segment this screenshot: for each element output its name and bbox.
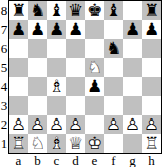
rank-label-1: 1 xyxy=(0,134,8,153)
square-f3[interactable] xyxy=(104,96,123,115)
square-b4[interactable] xyxy=(28,77,47,96)
black-pawn[interactable]: ♟ xyxy=(142,20,161,39)
black-knight[interactable]: ♞ xyxy=(104,39,123,58)
square-g2[interactable]: ♟♙ xyxy=(123,115,142,134)
square-d8[interactable]: ♛ xyxy=(66,1,85,20)
black-king[interactable]: ♚ xyxy=(85,1,104,20)
white-pawn[interactable]: ♟♙ xyxy=(9,115,28,134)
square-d2[interactable]: ♟♙ xyxy=(66,115,85,134)
file-label-a: a xyxy=(9,154,28,167)
white-knight[interactable]: ♞♘ xyxy=(28,134,47,153)
square-d5[interactable] xyxy=(66,58,85,77)
file-label-b: b xyxy=(28,154,47,167)
square-c2[interactable]: ♟♙ xyxy=(47,115,66,134)
square-b7[interactable]: ♟ xyxy=(28,20,47,39)
file-label-e: e xyxy=(85,154,104,167)
rank-label-6: 6 xyxy=(0,39,8,58)
rank-label-7: 7 xyxy=(0,20,8,39)
square-f2[interactable]: ♟♙ xyxy=(104,115,123,134)
white-queen[interactable]: ♛♕ xyxy=(66,134,85,153)
file-label-h: h xyxy=(142,154,161,167)
rank-label-2: 2 xyxy=(0,115,8,134)
square-f5[interactable] xyxy=(104,58,123,77)
black-pawn[interactable]: ♟ xyxy=(28,20,47,39)
square-f4[interactable] xyxy=(104,77,123,96)
square-b6[interactable] xyxy=(28,39,47,58)
white-pawn[interactable]: ♟♙ xyxy=(104,115,123,134)
square-g5[interactable] xyxy=(123,58,142,77)
rank-labels: 87654321 xyxy=(0,1,8,153)
white-pawn[interactable]: ♟♙ xyxy=(28,115,47,134)
black-pawn[interactable]: ♟ xyxy=(123,20,142,39)
black-bishop[interactable]: ♝ xyxy=(47,1,66,20)
square-b5[interactable] xyxy=(28,58,47,77)
square-f8[interactable]: ♝ xyxy=(104,1,123,20)
square-h5[interactable] xyxy=(142,58,161,77)
square-c5[interactable] xyxy=(47,58,66,77)
square-f7[interactable] xyxy=(104,20,123,39)
square-e7[interactable] xyxy=(85,20,104,39)
square-b8[interactable]: ♞ xyxy=(28,1,47,20)
square-h1[interactable]: ♜♖ xyxy=(142,134,161,153)
chess-diagram: 87654321 ♜♞♝♛♚♝♜♟♟♟♟♟♟♞♞♘♝♗♟♟♙♟♙♟♙♟♙♟♙♟♙… xyxy=(0,0,162,167)
square-b3[interactable] xyxy=(28,96,47,115)
square-a5[interactable] xyxy=(9,58,28,77)
square-c3[interactable] xyxy=(47,96,66,115)
file-label-d: d xyxy=(66,154,85,167)
file-label-g: g xyxy=(123,154,142,167)
square-b2[interactable]: ♟♙ xyxy=(28,115,47,134)
square-f1[interactable] xyxy=(104,134,123,153)
file-label-c: c xyxy=(47,154,66,167)
file-labels: abcdefgh xyxy=(9,154,161,167)
square-c4[interactable]: ♝♗ xyxy=(47,77,66,96)
square-h6[interactable] xyxy=(142,39,161,58)
square-g4[interactable] xyxy=(123,77,142,96)
rank-label-3: 3 xyxy=(0,96,8,115)
square-e1[interactable]: ♚♔ xyxy=(85,134,104,153)
white-knight[interactable]: ♞♘ xyxy=(85,58,104,77)
square-h8[interactable]: ♜ xyxy=(142,1,161,20)
square-g3[interactable] xyxy=(123,96,142,115)
black-pawn[interactable]: ♟ xyxy=(85,77,104,96)
square-e6[interactable] xyxy=(85,39,104,58)
square-h7[interactable]: ♟ xyxy=(142,20,161,39)
white-rook[interactable]: ♜♖ xyxy=(142,134,161,153)
square-f6[interactable]: ♞ xyxy=(104,39,123,58)
square-a6[interactable] xyxy=(9,39,28,58)
square-h2[interactable]: ♟♙ xyxy=(142,115,161,134)
white-bishop[interactable]: ♝♗ xyxy=(47,77,66,96)
square-e8[interactable]: ♚ xyxy=(85,1,104,20)
rank-label-8: 8 xyxy=(0,1,8,20)
black-pawn[interactable]: ♟ xyxy=(66,20,85,39)
square-a2[interactable]: ♟♙ xyxy=(9,115,28,134)
square-a8[interactable]: ♜ xyxy=(9,1,28,20)
square-d3[interactable] xyxy=(66,96,85,115)
square-g8[interactable] xyxy=(123,1,142,20)
black-pawn[interactable]: ♟ xyxy=(9,20,28,39)
white-pawn[interactable]: ♟♙ xyxy=(142,115,161,134)
black-bishop[interactable]: ♝ xyxy=(104,1,123,20)
square-e4[interactable]: ♟ xyxy=(85,77,104,96)
square-a4[interactable] xyxy=(9,77,28,96)
square-c8[interactable]: ♝ xyxy=(47,1,66,20)
white-bishop[interactable]: ♝♗ xyxy=(47,134,66,153)
white-king[interactable]: ♚♔ xyxy=(85,134,104,153)
square-d4[interactable] xyxy=(66,77,85,96)
square-d1[interactable]: ♛♕ xyxy=(66,134,85,153)
rank-label-5: 5 xyxy=(0,58,8,77)
white-rook[interactable]: ♜♖ xyxy=(9,134,28,153)
square-e3[interactable] xyxy=(85,96,104,115)
file-label-f: f xyxy=(104,154,123,167)
square-a1[interactable]: ♜♖ xyxy=(9,134,28,153)
black-knight[interactable]: ♞ xyxy=(28,1,47,20)
chess-board: ♜♞♝♛♚♝♜♟♟♟♟♟♟♞♞♘♝♗♟♟♙♟♙♟♙♟♙♟♙♟♙♟♙♜♖♞♘♝♗♛… xyxy=(8,0,162,154)
square-d6[interactable] xyxy=(66,39,85,58)
rank-label-4: 4 xyxy=(0,77,8,96)
square-c6[interactable] xyxy=(47,39,66,58)
black-rook[interactable]: ♜ xyxy=(142,1,161,20)
black-pawn[interactable]: ♟ xyxy=(47,20,66,39)
square-e2[interactable] xyxy=(85,115,104,134)
square-g1[interactable] xyxy=(123,134,142,153)
square-e5[interactable]: ♞♘ xyxy=(85,58,104,77)
white-pawn[interactable]: ♟♙ xyxy=(123,115,142,134)
square-c7[interactable]: ♟ xyxy=(47,20,66,39)
black-queen[interactable]: ♛ xyxy=(66,1,85,20)
white-pawn[interactable]: ♟♙ xyxy=(66,115,85,134)
square-a3[interactable] xyxy=(9,96,28,115)
square-h3[interactable] xyxy=(142,96,161,115)
square-a7[interactable]: ♟ xyxy=(9,20,28,39)
square-h4[interactable] xyxy=(142,77,161,96)
square-c1[interactable]: ♝♗ xyxy=(47,134,66,153)
square-g6[interactable] xyxy=(123,39,142,58)
square-g7[interactable]: ♟ xyxy=(123,20,142,39)
white-pawn[interactable]: ♟♙ xyxy=(47,115,66,134)
square-b1[interactable]: ♞♘ xyxy=(28,134,47,153)
black-rook[interactable]: ♜ xyxy=(9,1,28,20)
square-d7[interactable]: ♟ xyxy=(66,20,85,39)
